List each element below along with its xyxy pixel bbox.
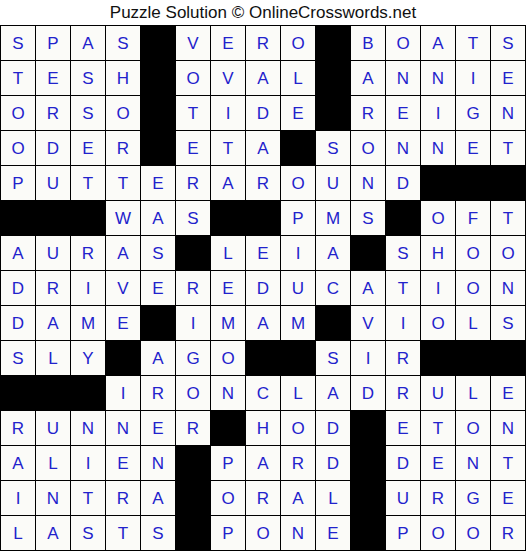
block-cell bbox=[456, 341, 490, 375]
letter-cell: D bbox=[386, 446, 420, 480]
letter-cell: C bbox=[246, 376, 280, 410]
letter-cell: R bbox=[71, 236, 105, 270]
block-cell bbox=[491, 166, 525, 200]
block-cell bbox=[1, 376, 35, 410]
block-cell bbox=[141, 131, 175, 165]
block-cell bbox=[351, 446, 385, 480]
letter-cell: P bbox=[211, 446, 245, 480]
letter-cell: O bbox=[1, 96, 35, 130]
letter-cell: I bbox=[71, 446, 105, 480]
block-cell bbox=[176, 446, 210, 480]
puzzle-solution-page: Puzzle Solution © OnlineCrosswords.net S… bbox=[0, 0, 526, 551]
letter-cell: E bbox=[106, 446, 140, 480]
letter-cell: S bbox=[1, 26, 35, 60]
letter-cell: N bbox=[491, 271, 525, 305]
letter-cell: O bbox=[281, 26, 315, 60]
letter-cell: S bbox=[106, 26, 140, 60]
letter-cell: L bbox=[211, 236, 245, 270]
letter-cell: A bbox=[246, 306, 280, 340]
letter-cell: E bbox=[491, 61, 525, 95]
letter-cell: S bbox=[176, 201, 210, 235]
letter-cell: O bbox=[351, 131, 385, 165]
letter-cell: E bbox=[141, 271, 175, 305]
block-cell bbox=[211, 201, 245, 235]
letter-cell: N bbox=[491, 411, 525, 445]
letter-cell: I bbox=[456, 61, 490, 95]
letter-cell: N bbox=[456, 446, 490, 480]
letter-cell: T bbox=[71, 166, 105, 200]
letter-cell: S bbox=[491, 306, 525, 340]
letter-cell: I bbox=[421, 271, 455, 305]
letter-cell: N bbox=[421, 131, 455, 165]
letter-cell: R bbox=[36, 271, 70, 305]
letter-cell: R bbox=[176, 411, 210, 445]
block-cell bbox=[316, 96, 350, 130]
letter-cell: A bbox=[421, 26, 455, 60]
letter-cell: N bbox=[141, 446, 175, 480]
letter-cell: P bbox=[1, 166, 35, 200]
block-cell bbox=[351, 411, 385, 445]
letter-cell: P bbox=[211, 516, 245, 550]
letter-cell: O bbox=[281, 411, 315, 445]
letter-cell: A bbox=[351, 61, 385, 95]
letter-cell: O bbox=[1, 131, 35, 165]
letter-cell: R bbox=[141, 376, 175, 410]
letter-cell: L bbox=[316, 481, 350, 515]
letter-cell: U bbox=[386, 481, 420, 515]
letter-cell: M bbox=[316, 201, 350, 235]
letter-cell: E bbox=[36, 61, 70, 95]
letter-cell: S bbox=[141, 516, 175, 550]
letter-cell: D bbox=[1, 271, 35, 305]
letter-cell: G bbox=[176, 341, 210, 375]
letter-cell: T bbox=[106, 516, 140, 550]
block-cell bbox=[176, 236, 210, 270]
letter-cell: M bbox=[211, 306, 245, 340]
letter-cell: O bbox=[211, 341, 245, 375]
letter-cell: G bbox=[456, 96, 490, 130]
crossword-grid: SPASVEROBOATSTESHOVALANNIEORSOTIDEREIGNO… bbox=[0, 25, 526, 551]
letter-cell: A bbox=[246, 131, 280, 165]
block-cell bbox=[141, 61, 175, 95]
letter-cell: N bbox=[106, 411, 140, 445]
letter-cell: O bbox=[106, 96, 140, 130]
letter-cell: U bbox=[421, 376, 455, 410]
block-cell bbox=[491, 341, 525, 375]
letter-cell: M bbox=[281, 306, 315, 340]
letter-cell: H bbox=[246, 411, 280, 445]
letter-cell: V bbox=[211, 61, 245, 95]
letter-cell: I bbox=[421, 96, 455, 130]
letter-cell: S bbox=[71, 61, 105, 95]
letter-cell: O bbox=[456, 516, 490, 550]
letter-cell: R bbox=[386, 341, 420, 375]
letter-cell: N bbox=[491, 96, 525, 130]
letter-cell: V bbox=[106, 271, 140, 305]
letter-cell: S bbox=[71, 96, 105, 130]
letter-cell: F bbox=[456, 201, 490, 235]
letter-cell: L bbox=[281, 376, 315, 410]
letter-cell: D bbox=[246, 271, 280, 305]
block-cell bbox=[386, 201, 420, 235]
block-cell bbox=[351, 236, 385, 270]
block-cell bbox=[421, 166, 455, 200]
letter-cell: R bbox=[176, 271, 210, 305]
letter-cell: S bbox=[316, 341, 350, 375]
letter-cell: T bbox=[211, 131, 245, 165]
block-cell bbox=[316, 26, 350, 60]
block-cell bbox=[1, 201, 35, 235]
block-cell bbox=[36, 376, 70, 410]
letter-cell: I bbox=[71, 271, 105, 305]
block-cell bbox=[106, 341, 140, 375]
letter-cell: L bbox=[281, 61, 315, 95]
letter-cell: A bbox=[246, 61, 280, 95]
block-cell bbox=[456, 166, 490, 200]
letter-cell: A bbox=[36, 306, 70, 340]
letter-cell: T bbox=[1, 61, 35, 95]
letter-cell: L bbox=[1, 516, 35, 550]
letter-cell: A bbox=[36, 516, 70, 550]
letter-cell: O bbox=[456, 236, 490, 270]
letter-cell: T bbox=[491, 201, 525, 235]
letter-cell: D bbox=[316, 446, 350, 480]
letter-cell: T bbox=[106, 166, 140, 200]
block-cell bbox=[71, 376, 105, 410]
letter-cell: S bbox=[386, 236, 420, 270]
letter-cell: E bbox=[176, 131, 210, 165]
letter-cell: N bbox=[386, 61, 420, 95]
letter-cell: N bbox=[71, 411, 105, 445]
page-title: Puzzle Solution © OnlineCrosswords.net bbox=[110, 3, 416, 23]
letter-cell: A bbox=[246, 446, 280, 480]
letter-cell: O bbox=[456, 411, 490, 445]
letter-cell: R bbox=[106, 481, 140, 515]
letter-cell: H bbox=[106, 61, 140, 95]
block-cell bbox=[281, 341, 315, 375]
block-cell bbox=[316, 306, 350, 340]
block-cell bbox=[176, 481, 210, 515]
letter-cell: I bbox=[106, 376, 140, 410]
letter-cell: E bbox=[281, 96, 315, 130]
letter-cell: O bbox=[246, 516, 280, 550]
letter-cell: P bbox=[281, 201, 315, 235]
block-cell bbox=[141, 26, 175, 60]
letter-cell: R bbox=[246, 166, 280, 200]
letter-cell: S bbox=[71, 516, 105, 550]
letter-cell: O bbox=[456, 271, 490, 305]
letter-cell: T bbox=[386, 271, 420, 305]
letter-cell: T bbox=[71, 481, 105, 515]
letter-cell: E bbox=[246, 236, 280, 270]
letter-cell: D bbox=[1, 306, 35, 340]
letter-cell: L bbox=[36, 341, 70, 375]
block-cell bbox=[351, 516, 385, 550]
letter-cell: A bbox=[141, 201, 175, 235]
letter-cell: E bbox=[106, 306, 140, 340]
letter-cell: N bbox=[281, 516, 315, 550]
letter-cell: W bbox=[106, 201, 140, 235]
letter-cell: E bbox=[211, 271, 245, 305]
letter-cell: U bbox=[36, 411, 70, 445]
block-cell bbox=[141, 306, 175, 340]
letter-cell: G bbox=[456, 481, 490, 515]
letter-cell: O bbox=[386, 26, 420, 60]
letter-cell: N bbox=[421, 61, 455, 95]
letter-cell: U bbox=[36, 166, 70, 200]
letter-cell: E bbox=[71, 131, 105, 165]
block-cell bbox=[141, 96, 175, 130]
letter-cell: Y bbox=[71, 341, 105, 375]
block-cell bbox=[211, 411, 245, 445]
letter-cell: A bbox=[71, 26, 105, 60]
letter-cell: E bbox=[141, 166, 175, 200]
letter-cell: E bbox=[421, 446, 455, 480]
letter-cell: V bbox=[351, 306, 385, 340]
letter-cell: N bbox=[36, 481, 70, 515]
letter-cell: O bbox=[176, 61, 210, 95]
letter-cell: A bbox=[1, 236, 35, 270]
letter-cell: E bbox=[456, 131, 490, 165]
letter-cell: R bbox=[36, 96, 70, 130]
letter-cell: V bbox=[176, 26, 210, 60]
letter-cell: M bbox=[71, 306, 105, 340]
letter-cell: D bbox=[386, 166, 420, 200]
letter-cell: A bbox=[141, 341, 175, 375]
letter-cell: R bbox=[176, 166, 210, 200]
letter-cell: I bbox=[211, 96, 245, 130]
letter-cell: A bbox=[316, 376, 350, 410]
letter-cell: E bbox=[316, 516, 350, 550]
letter-cell: E bbox=[386, 411, 420, 445]
letter-cell: A bbox=[316, 236, 350, 270]
letter-cell: P bbox=[36, 26, 70, 60]
letter-cell: R bbox=[1, 411, 35, 445]
letter-cell: D bbox=[316, 411, 350, 445]
letter-cell: H bbox=[421, 236, 455, 270]
letter-cell: O bbox=[176, 376, 210, 410]
block-cell bbox=[421, 341, 455, 375]
letter-cell: A bbox=[141, 481, 175, 515]
letter-cell: N bbox=[211, 376, 245, 410]
letter-cell: A bbox=[1, 446, 35, 480]
title-bar: Puzzle Solution © OnlineCrosswords.net bbox=[0, 0, 526, 25]
letter-cell: A bbox=[351, 271, 385, 305]
letter-cell: R bbox=[246, 481, 280, 515]
letter-cell: L bbox=[456, 376, 490, 410]
letter-cell: T bbox=[491, 131, 525, 165]
block-cell bbox=[36, 201, 70, 235]
letter-cell: C bbox=[316, 271, 350, 305]
block-cell bbox=[176, 516, 210, 550]
letter-cell: L bbox=[36, 446, 70, 480]
letter-cell: R bbox=[421, 481, 455, 515]
letter-cell: U bbox=[36, 236, 70, 270]
letter-cell: E bbox=[386, 96, 420, 130]
letter-cell: O bbox=[281, 166, 315, 200]
letter-cell: I bbox=[176, 306, 210, 340]
letter-cell: R bbox=[351, 96, 385, 130]
letter-cell: O bbox=[421, 516, 455, 550]
letter-cell: S bbox=[141, 236, 175, 270]
letter-cell: O bbox=[421, 306, 455, 340]
letter-cell: R bbox=[246, 26, 280, 60]
letter-cell: T bbox=[456, 26, 490, 60]
letter-cell: I bbox=[1, 481, 35, 515]
letter-cell: N bbox=[386, 131, 420, 165]
letter-cell: R bbox=[386, 376, 420, 410]
block-cell bbox=[246, 201, 280, 235]
letter-cell: T bbox=[176, 96, 210, 130]
letter-cell: R bbox=[491, 516, 525, 550]
letter-cell: D bbox=[351, 376, 385, 410]
letter-cell: U bbox=[316, 166, 350, 200]
letter-cell: P bbox=[386, 516, 420, 550]
letter-cell: U bbox=[281, 271, 315, 305]
block-cell bbox=[246, 341, 280, 375]
letter-cell: I bbox=[351, 341, 385, 375]
letter-cell: S bbox=[316, 131, 350, 165]
block-cell bbox=[71, 201, 105, 235]
letter-cell: A bbox=[281, 481, 315, 515]
letter-cell: O bbox=[421, 201, 455, 235]
letter-cell: I bbox=[281, 236, 315, 270]
letter-cell: A bbox=[211, 166, 245, 200]
letter-cell: E bbox=[491, 376, 525, 410]
block-cell bbox=[351, 481, 385, 515]
letter-cell: A bbox=[106, 236, 140, 270]
letter-cell: R bbox=[106, 131, 140, 165]
letter-cell: N bbox=[351, 166, 385, 200]
letter-cell: I bbox=[386, 306, 420, 340]
letter-cell: O bbox=[211, 481, 245, 515]
letter-cell: S bbox=[351, 201, 385, 235]
letter-cell: S bbox=[491, 26, 525, 60]
letter-cell: S bbox=[1, 341, 35, 375]
block-cell bbox=[316, 61, 350, 95]
letter-cell: O bbox=[491, 236, 525, 270]
letter-cell: D bbox=[36, 131, 70, 165]
letter-cell: L bbox=[456, 306, 490, 340]
letter-cell: E bbox=[141, 411, 175, 445]
block-cell bbox=[281, 131, 315, 165]
letter-cell: T bbox=[421, 411, 455, 445]
letter-cell: E bbox=[491, 481, 525, 515]
letter-cell: T bbox=[491, 446, 525, 480]
letter-cell: D bbox=[246, 96, 280, 130]
letter-cell: E bbox=[211, 26, 245, 60]
letter-cell: B bbox=[351, 26, 385, 60]
letter-cell: R bbox=[281, 446, 315, 480]
